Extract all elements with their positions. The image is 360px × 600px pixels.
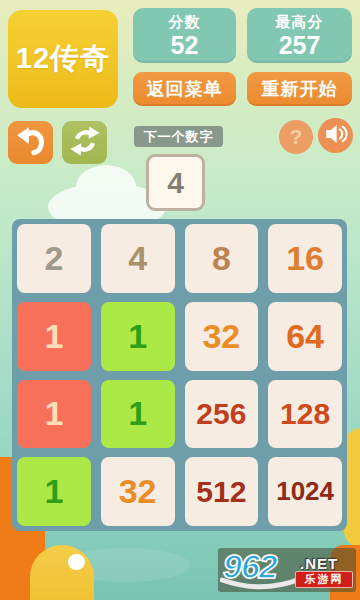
tile-r1c4-16[interactable]: 16 (268, 224, 342, 293)
tile-r3c2-1[interactable]: 1 (101, 380, 175, 449)
question-mark-icon: ? (290, 125, 303, 149)
tile-r4c3-512[interactable]: 512 (185, 457, 259, 526)
undo-arrow-icon (15, 125, 47, 160)
sound-button[interactable] (318, 118, 353, 153)
game-title: 12传奇 (8, 10, 118, 108)
tile-r3c4-128[interactable]: 128 (268, 380, 342, 449)
watermark-site-number: 962 (223, 548, 277, 586)
tile-r4c4-1024[interactable]: 1024 (268, 457, 342, 526)
yellow-character-decoration (30, 545, 94, 600)
score-panel: 分数 52 (133, 8, 236, 63)
tile-r1c3-8[interactable]: 8 (185, 224, 259, 293)
tile-r2c2-1[interactable]: 1 (101, 302, 175, 371)
board[interactable]: 24816113264112561281325121024 (12, 219, 347, 531)
restart-button[interactable]: 重新开始 (247, 72, 352, 106)
undo-button[interactable] (8, 121, 53, 164)
tile-r3c3-256[interactable]: 256 (185, 380, 259, 449)
tile-r1c1-2[interactable]: 2 (17, 224, 91, 293)
tile-r2c4-64[interactable]: 64 (268, 302, 342, 371)
watermark-site-name: 乐游网 (295, 571, 353, 588)
score-label: 分数 (169, 13, 201, 32)
watermark: 962 .NET 乐游网 (218, 548, 356, 592)
tile-r4c2-32[interactable]: 32 (101, 457, 175, 526)
best-score-label: 最高分 (276, 13, 324, 32)
tile-r2c3-32[interactable]: 32 (185, 302, 259, 371)
tile-r1c2-4[interactable]: 4 (101, 224, 175, 293)
refresh-arrows-icon (69, 125, 101, 160)
game-title-label: 12传奇 (16, 39, 110, 79)
help-button[interactable]: ? (279, 120, 313, 154)
tile-r2c1-1[interactable]: 1 (17, 302, 91, 371)
score-value: 52 (171, 33, 199, 58)
character-eye (68, 554, 85, 570)
best-score-value: 257 (279, 33, 321, 58)
tile-r3c1-1[interactable]: 1 (17, 380, 91, 449)
return-menu-button[interactable]: 返回菜单 (133, 72, 236, 106)
next-number-label: 下一个数字 (134, 126, 223, 147)
best-score-panel: 最高分 257 (247, 8, 352, 63)
next-tile-value: 4 (167, 166, 184, 200)
speaker-icon (323, 121, 349, 150)
refresh-button[interactable] (62, 121, 107, 164)
game-screen: 12传奇 分数 52 最高分 257 返回菜单 重新开始 下一个数字 (0, 0, 360, 600)
watermark-tld: .NET (300, 555, 338, 572)
tile-r4c1-1[interactable]: 1 (17, 457, 91, 526)
next-tile-preview: 4 (146, 154, 205, 211)
